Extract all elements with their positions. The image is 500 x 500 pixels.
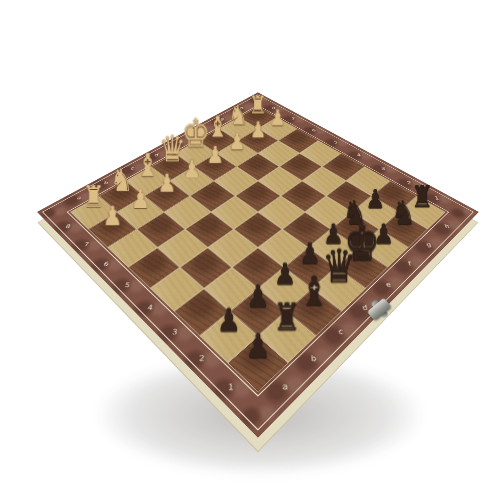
coordinate-label-rank: 5 [125, 282, 131, 288]
coordinate-label-rank: 7 [292, 117, 296, 120]
coordinate-label-file: b [311, 355, 317, 363]
coordinate-label-rank: 7 [84, 242, 90, 247]
coordinate-label-file: e [385, 282, 391, 288]
coordinate-label-rank: 6 [312, 129, 316, 132]
coordinate-label-file: g [221, 117, 225, 120]
coordinate-label-file: f [201, 129, 203, 132]
coordinate-label-rank: 1 [228, 383, 234, 392]
piece-dark-pawn-a1: ♟ [234, 329, 281, 363]
coordinate-label-rank: 8 [272, 107, 275, 110]
coordinate-label-file: a [282, 383, 288, 392]
product-photo-stage: abcdefgh8♜♞♝♛♚♝♞♜87♟♟♟♟♟♟♟♟7665544332♟♟♟… [0, 0, 500, 500]
coordinate-label-file: e [178, 141, 182, 145]
coordinate-label-file: g [426, 242, 432, 247]
coordinate-label-rank: 2 [199, 355, 205, 363]
coordinate-label-file: h [444, 224, 450, 229]
coordinate-label-file: h [240, 107, 243, 110]
coordinate-label-rank: 4 [357, 153, 362, 157]
coordinate-label-rank: 5 [334, 141, 338, 145]
coordinate-label-rank: 3 [172, 329, 178, 336]
piece-light-pawn-a7: ♟ [94, 202, 132, 229]
coordinate-label-file: f [407, 261, 411, 267]
coordinate-label-rank: 6 [103, 261, 109, 267]
latch-hasp [367, 298, 392, 321]
coordinate-label-file: c [338, 329, 343, 336]
coordinate-label-rank: 8 [65, 224, 71, 229]
coordinate-label-rank: 4 [147, 305, 153, 312]
coordinate-label-rank: 3 [381, 167, 386, 171]
